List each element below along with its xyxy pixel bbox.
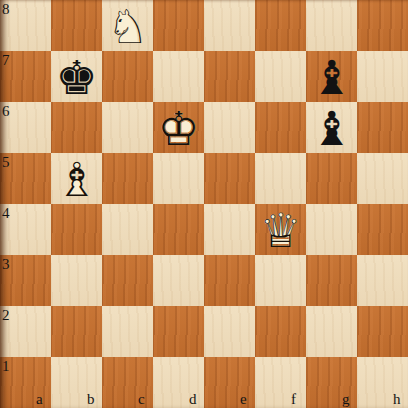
square-f8[interactable]	[255, 0, 306, 51]
piece-white-bishop-b5[interactable]: ♝♗	[51, 153, 102, 204]
square-h1[interactable]	[357, 357, 408, 408]
square-d4[interactable]	[153, 204, 204, 255]
square-c6[interactable]	[102, 102, 153, 153]
square-h8[interactable]	[357, 0, 408, 51]
square-b5[interactable]: ♝♗	[51, 153, 102, 204]
square-e6[interactable]	[204, 102, 255, 153]
square-a2[interactable]	[0, 306, 51, 357]
square-e5[interactable]	[204, 153, 255, 204]
chess-board-area: ♞♘♚♝♚♔♝♝♗♛♕ 87654321abcdefgh	[0, 0, 408, 408]
square-b3[interactable]	[51, 255, 102, 306]
square-g8[interactable]	[306, 0, 357, 51]
square-g4[interactable]	[306, 204, 357, 255]
square-b7[interactable]: ♚	[51, 51, 102, 102]
square-c2[interactable]	[102, 306, 153, 357]
square-h5[interactable]	[357, 153, 408, 204]
white-knight-outline: ♘	[106, 3, 148, 50]
piece-black-bishop-g6[interactable]: ♝	[306, 102, 357, 153]
square-b2[interactable]	[51, 306, 102, 357]
square-f5[interactable]	[255, 153, 306, 204]
square-d2[interactable]	[153, 306, 204, 357]
piece-white-king-d6[interactable]: ♚♔	[153, 102, 204, 153]
square-d6[interactable]: ♚♔	[153, 102, 204, 153]
black-bishop-glyph: ♝	[310, 105, 352, 152]
square-h6[interactable]	[357, 102, 408, 153]
square-b4[interactable]	[51, 204, 102, 255]
black-bishop-glyph: ♝	[310, 54, 352, 101]
square-h4[interactable]	[357, 204, 408, 255]
square-g6[interactable]: ♝	[306, 102, 357, 153]
square-a5[interactable]	[0, 153, 51, 204]
square-f1[interactable]	[255, 357, 306, 408]
square-d3[interactable]	[153, 255, 204, 306]
square-g3[interactable]	[306, 255, 357, 306]
square-g7[interactable]: ♝	[306, 51, 357, 102]
black-king-glyph: ♚	[55, 54, 97, 101]
square-e8[interactable]	[204, 0, 255, 51]
white-king-outline: ♔	[157, 105, 199, 152]
square-a1[interactable]	[0, 357, 51, 408]
piece-black-king-b7[interactable]: ♚	[51, 51, 102, 102]
square-g1[interactable]	[306, 357, 357, 408]
square-h2[interactable]	[357, 306, 408, 357]
square-c4[interactable]	[102, 204, 153, 255]
square-b8[interactable]	[51, 0, 102, 51]
square-f4[interactable]: ♛♕	[255, 204, 306, 255]
square-h3[interactable]	[357, 255, 408, 306]
square-e3[interactable]	[204, 255, 255, 306]
square-g2[interactable]	[306, 306, 357, 357]
square-c7[interactable]	[102, 51, 153, 102]
square-a6[interactable]	[0, 102, 51, 153]
square-f7[interactable]	[255, 51, 306, 102]
chess-board: ♞♘♚♝♚♔♝♝♗♛♕	[0, 0, 408, 408]
square-d1[interactable]	[153, 357, 204, 408]
square-f6[interactable]	[255, 102, 306, 153]
square-e2[interactable]	[204, 306, 255, 357]
square-e4[interactable]	[204, 204, 255, 255]
square-g5[interactable]	[306, 153, 357, 204]
square-c8[interactable]: ♞♘	[102, 0, 153, 51]
square-a7[interactable]	[0, 51, 51, 102]
square-d8[interactable]	[153, 0, 204, 51]
piece-white-knight-c8[interactable]: ♞♘	[102, 0, 153, 51]
white-bishop-outline: ♗	[55, 156, 97, 203]
piece-black-bishop-g7[interactable]: ♝	[306, 51, 357, 102]
square-c5[interactable]	[102, 153, 153, 204]
square-f3[interactable]	[255, 255, 306, 306]
square-h7[interactable]	[357, 51, 408, 102]
square-c3[interactable]	[102, 255, 153, 306]
square-c1[interactable]	[102, 357, 153, 408]
square-d5[interactable]	[153, 153, 204, 204]
square-e1[interactable]	[204, 357, 255, 408]
square-a3[interactable]	[0, 255, 51, 306]
square-f2[interactable]	[255, 306, 306, 357]
white-queen-outline: ♕	[259, 207, 301, 254]
square-e7[interactable]	[204, 51, 255, 102]
square-b1[interactable]	[51, 357, 102, 408]
piece-white-queen-f4[interactable]: ♛♕	[255, 204, 306, 255]
square-a4[interactable]	[0, 204, 51, 255]
square-d7[interactable]	[153, 51, 204, 102]
square-a8[interactable]	[0, 0, 51, 51]
square-b6[interactable]	[51, 102, 102, 153]
